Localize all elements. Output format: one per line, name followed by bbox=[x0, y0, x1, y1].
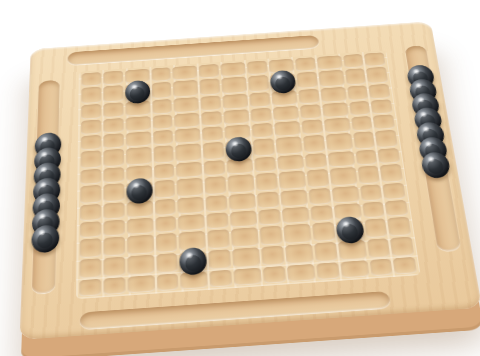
board-cell[interactable] bbox=[231, 227, 259, 247]
board-cell[interactable] bbox=[154, 180, 175, 199]
black-marble[interactable]: ● bbox=[31, 224, 59, 253]
board-cell[interactable] bbox=[103, 277, 125, 295]
board-cell[interactable] bbox=[318, 70, 345, 88]
board-cell[interactable] bbox=[347, 85, 369, 100]
board-cell[interactable] bbox=[153, 145, 174, 163]
board-cell[interactable] bbox=[151, 67, 171, 82]
board-cell[interactable] bbox=[179, 231, 207, 251]
board-cell[interactable] bbox=[353, 131, 376, 149]
board-cell[interactable] bbox=[81, 119, 101, 135]
left-tray-marbles: ●●●●●●● bbox=[30, 80, 62, 295]
board-cell[interactable] bbox=[258, 208, 281, 225]
board-cell[interactable] bbox=[305, 153, 327, 169]
board-cell[interactable] bbox=[174, 112, 200, 128]
board-cell[interactable] bbox=[362, 201, 385, 218]
board-cell[interactable]: ● bbox=[179, 251, 207, 272]
board-cell[interactable] bbox=[321, 102, 348, 118]
scene: ●●●●●● ●●●●●●● ●●●●●●● bbox=[0, 0, 480, 356]
board-cell[interactable] bbox=[125, 147, 151, 166]
board-cell[interactable] bbox=[331, 186, 359, 203]
board-cell[interactable] bbox=[204, 160, 226, 176]
board-cell[interactable]: ● bbox=[335, 220, 364, 240]
board-cell[interactable] bbox=[364, 52, 386, 67]
board-cell[interactable] bbox=[155, 233, 177, 253]
board-cell[interactable] bbox=[205, 176, 227, 195]
board-cell[interactable] bbox=[202, 126, 223, 142]
board-cell[interactable] bbox=[327, 151, 355, 168]
board-cell[interactable] bbox=[373, 114, 395, 130]
board-cell[interactable] bbox=[261, 245, 284, 265]
board-cell[interactable]: ● bbox=[270, 73, 296, 91]
board-cell[interactable] bbox=[375, 130, 398, 148]
board-cell[interactable] bbox=[126, 234, 153, 255]
board-cell[interactable] bbox=[295, 57, 316, 72]
board-cell[interactable] bbox=[272, 105, 299, 121]
board-cell[interactable] bbox=[249, 92, 270, 107]
board-cell[interactable] bbox=[323, 117, 350, 133]
board-cell[interactable] bbox=[174, 97, 200, 113]
black-marble[interactable]: ● bbox=[417, 136, 448, 163]
board-cell[interactable] bbox=[80, 185, 101, 204]
game-board: ●●●●●● ●●●●●●● ●●●●●●● bbox=[20, 21, 480, 340]
board-cell[interactable] bbox=[320, 87, 347, 103]
board-cell[interactable] bbox=[79, 258, 101, 279]
board-cell[interactable] bbox=[349, 100, 371, 115]
board-grid: ●●●●●● bbox=[76, 50, 421, 299]
board-cell[interactable] bbox=[247, 61, 268, 76]
board-cell[interactable] bbox=[207, 229, 229, 249]
board-cell[interactable]: ● bbox=[225, 140, 252, 159]
board-cell[interactable] bbox=[103, 102, 123, 117]
board-cell[interactable] bbox=[371, 99, 393, 114]
board-cell[interactable] bbox=[103, 85, 123, 102]
board-cell[interactable] bbox=[325, 133, 353, 152]
board-cell[interactable] bbox=[306, 169, 329, 188]
board-cell[interactable] bbox=[222, 94, 248, 110]
board-cell[interactable] bbox=[103, 183, 124, 202]
board-cell[interactable] bbox=[359, 184, 382, 201]
board-cell[interactable] bbox=[125, 131, 151, 147]
board-cell[interactable] bbox=[233, 267, 262, 285]
board-cell[interactable] bbox=[81, 72, 101, 87]
black-marble[interactable]: ● bbox=[126, 178, 153, 205]
board-cell[interactable] bbox=[81, 104, 101, 119]
board-cell[interactable] bbox=[227, 174, 254, 193]
board-cell[interactable] bbox=[178, 214, 205, 231]
board-cell[interactable] bbox=[207, 212, 229, 229]
board-cell[interactable] bbox=[308, 188, 331, 205]
board-cell[interactable] bbox=[155, 216, 177, 233]
board-cell[interactable] bbox=[156, 253, 178, 274]
board-cell[interactable] bbox=[310, 205, 333, 222]
board-cell[interactable] bbox=[263, 266, 286, 284]
board-cell[interactable] bbox=[81, 135, 101, 151]
board-cell[interactable] bbox=[296, 72, 318, 89]
board-cell[interactable] bbox=[209, 269, 232, 287]
board-cell[interactable] bbox=[378, 148, 401, 164]
right-tray-marbles: ●●●●●●● bbox=[403, 45, 463, 252]
board-cell[interactable] bbox=[366, 67, 388, 84]
board-cell[interactable] bbox=[80, 169, 101, 185]
board-cell[interactable] bbox=[355, 150, 378, 166]
board-cell[interactable] bbox=[260, 225, 283, 245]
board-cell[interactable] bbox=[382, 183, 405, 200]
board-cell[interactable] bbox=[298, 89, 319, 104]
board-cell[interactable] bbox=[278, 171, 306, 190]
board-cell[interactable] bbox=[257, 192, 279, 209]
board-cell[interactable] bbox=[390, 236, 414, 256]
board-cell[interactable] bbox=[156, 273, 178, 291]
board-cell[interactable] bbox=[80, 221, 101, 238]
board-cell[interactable] bbox=[230, 210, 258, 227]
board-cell[interactable] bbox=[275, 136, 302, 155]
board-cell[interactable] bbox=[255, 173, 277, 192]
board-cell[interactable] bbox=[79, 279, 101, 297]
board-cell[interactable] bbox=[103, 118, 123, 134]
board-cell[interactable] bbox=[103, 167, 124, 183]
board-cell[interactable] bbox=[337, 240, 366, 261]
board-cell[interactable] bbox=[253, 138, 275, 156]
board-cell[interactable] bbox=[125, 116, 151, 132]
board-cell[interactable] bbox=[180, 271, 208, 289]
board-cell[interactable] bbox=[369, 258, 393, 276]
black-marble[interactable]: ● bbox=[32, 177, 60, 205]
board-rotation: ●●●●●● ●●●●●●● ●●●●●●● bbox=[11, 0, 470, 356]
board-cell[interactable] bbox=[103, 133, 123, 149]
board-cell[interactable] bbox=[153, 130, 174, 146]
board-cell[interactable] bbox=[203, 142, 224, 160]
board-cell[interactable] bbox=[340, 260, 369, 278]
board-cell[interactable] bbox=[366, 238, 390, 258]
board-cell[interactable] bbox=[329, 167, 357, 186]
board-cell[interactable] bbox=[80, 204, 101, 221]
board-cell[interactable] bbox=[103, 256, 125, 277]
board-cell[interactable] bbox=[103, 202, 124, 219]
board-cell[interactable] bbox=[127, 275, 155, 293]
board-cell[interactable] bbox=[154, 199, 176, 216]
board-cell[interactable] bbox=[299, 104, 321, 119]
board-cell[interactable] bbox=[387, 216, 411, 236]
board-cell[interactable] bbox=[200, 96, 221, 111]
board-cell[interactable] bbox=[254, 157, 276, 173]
board-cell[interactable] bbox=[206, 195, 228, 212]
board-cell[interactable] bbox=[177, 178, 204, 197]
board-cell[interactable] bbox=[344, 68, 366, 85]
board-cell[interactable] bbox=[252, 123, 273, 139]
black-marble[interactable]: ● bbox=[179, 247, 207, 276]
board-cell[interactable] bbox=[314, 242, 338, 262]
board-cell[interactable] bbox=[176, 162, 203, 179]
board-tilt: ●●●●●● ●●●●●●● ●●●●●●● bbox=[20, 21, 480, 340]
board-cell[interactable] bbox=[316, 262, 340, 280]
board-cell[interactable] bbox=[152, 114, 173, 130]
board-cell[interactable] bbox=[175, 128, 201, 144]
board-cell[interactable] bbox=[277, 155, 304, 172]
black-marble[interactable]: ● bbox=[420, 151, 451, 179]
board-cell[interactable] bbox=[221, 77, 247, 95]
board-cell[interactable] bbox=[316, 55, 342, 70]
bottom-tray bbox=[80, 291, 391, 330]
black-marble[interactable]: ● bbox=[31, 208, 59, 237]
board-cell[interactable] bbox=[351, 116, 373, 132]
black-marble[interactable]: ● bbox=[335, 216, 365, 244]
board-cell[interactable] bbox=[301, 119, 323, 135]
board-cell[interactable] bbox=[103, 71, 123, 86]
board-cell[interactable] bbox=[126, 165, 152, 182]
board-cell[interactable] bbox=[248, 75, 269, 92]
board-cell[interactable] bbox=[250, 107, 271, 122]
board-cell[interactable] bbox=[103, 149, 124, 168]
board-cell[interactable] bbox=[177, 197, 204, 214]
board-cell[interactable] bbox=[393, 257, 417, 275]
board-cell[interactable] bbox=[223, 109, 249, 125]
board-cell[interactable] bbox=[127, 254, 154, 275]
board-cell[interactable] bbox=[173, 80, 199, 98]
board-cell[interactable] bbox=[208, 249, 231, 269]
board-cell[interactable] bbox=[175, 143, 201, 162]
board-cell[interactable] bbox=[380, 164, 403, 183]
board-cell[interactable] bbox=[103, 219, 124, 236]
board-cell[interactable] bbox=[199, 64, 219, 79]
board-cell[interactable] bbox=[312, 222, 335, 242]
board-cell[interactable] bbox=[368, 84, 390, 99]
black-marble[interactable]: ● bbox=[33, 162, 61, 189]
board-cell[interactable] bbox=[81, 87, 101, 104]
board-cell[interactable] bbox=[287, 264, 316, 282]
board-cell[interactable] bbox=[232, 247, 260, 268]
board-cell[interactable] bbox=[280, 190, 308, 207]
board-cell[interactable] bbox=[126, 217, 153, 235]
board-cell[interactable] bbox=[343, 54, 364, 69]
board-cell[interactable] bbox=[274, 121, 301, 137]
board-cell[interactable]: ● bbox=[125, 83, 150, 101]
board-cell[interactable] bbox=[283, 223, 312, 243]
board-cell[interactable] bbox=[357, 166, 380, 185]
board-cell[interactable] bbox=[103, 236, 125, 256]
board-cell[interactable] bbox=[229, 193, 256, 210]
board-cell[interactable] bbox=[220, 62, 246, 77]
board-cell[interactable] bbox=[385, 200, 408, 217]
board-cell[interactable] bbox=[81, 150, 102, 169]
board-cell[interactable] bbox=[152, 99, 172, 114]
board-cell[interactable] bbox=[201, 111, 222, 126]
board-cell[interactable] bbox=[285, 243, 314, 264]
board-cell[interactable] bbox=[153, 164, 174, 180]
board-cell[interactable]: ● bbox=[126, 181, 152, 201]
black-marble[interactable]: ● bbox=[32, 193, 60, 221]
board-cell[interactable] bbox=[80, 238, 102, 258]
board-cell[interactable] bbox=[126, 200, 153, 217]
board-cell[interactable] bbox=[333, 203, 361, 220]
board-cell[interactable] bbox=[172, 65, 197, 80]
board-cell[interactable] bbox=[281, 206, 309, 223]
board-cell[interactable] bbox=[200, 78, 221, 95]
board-cell[interactable] bbox=[364, 218, 388, 238]
board-cell[interactable] bbox=[303, 135, 325, 153]
board-cell[interactable] bbox=[151, 82, 171, 99]
